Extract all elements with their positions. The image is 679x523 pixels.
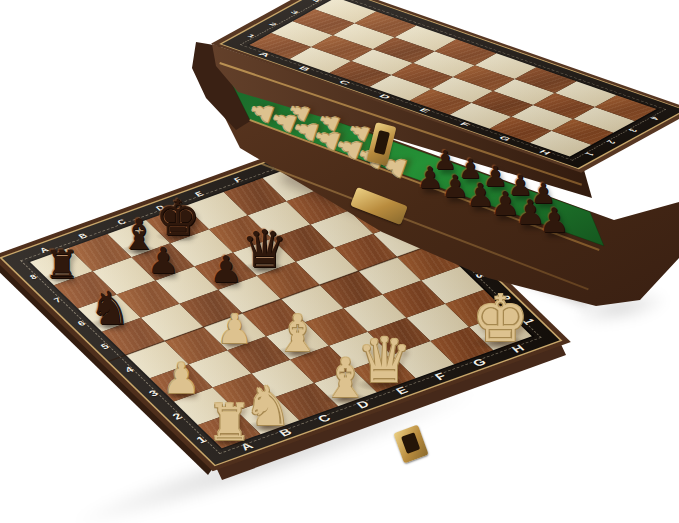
lid-label-rank-right-3: 3 xyxy=(627,127,640,132)
lid-label-rank-left-1: 1 xyxy=(246,34,257,39)
lid-label-file-B: B xyxy=(297,65,312,71)
stored-dark-piece-11: ♟ xyxy=(530,180,555,208)
stored-dark-piece-10: ♟ xyxy=(507,172,532,200)
lid-label-file-H: H xyxy=(538,149,553,155)
lid-label-rank-left-2: 2 xyxy=(268,22,279,27)
lid-label-rank-left-4: 4 xyxy=(311,0,322,3)
hasp-slot xyxy=(401,432,421,454)
lid-label-file-F: F xyxy=(458,121,471,127)
lid-label-rank-right-4: 4 xyxy=(648,116,661,121)
product-photo-scene: AABBCCDDEEFFGGHH8877665544332211 ♜♝♚♟♞♟♛… xyxy=(0,0,679,523)
lid-label-rank-right-1: 1 xyxy=(583,151,596,156)
lid-label-file-G: G xyxy=(497,135,512,142)
stored-dark-piece-9: ♟ xyxy=(482,163,507,191)
lid-label-rank-left-3: 3 xyxy=(289,10,300,15)
latch-slot xyxy=(373,130,390,155)
lid-label-file-D: D xyxy=(377,93,392,99)
stored-dark-piece-7: ♟ xyxy=(433,147,456,173)
lid-label-file-A: A xyxy=(257,51,272,57)
stored-dark-piece-8: ♟ xyxy=(458,155,482,182)
lid-label-rank-right-2: 2 xyxy=(605,139,618,144)
lid-label-file-E: E xyxy=(418,107,432,113)
lid-label-file-C: C xyxy=(337,79,352,85)
